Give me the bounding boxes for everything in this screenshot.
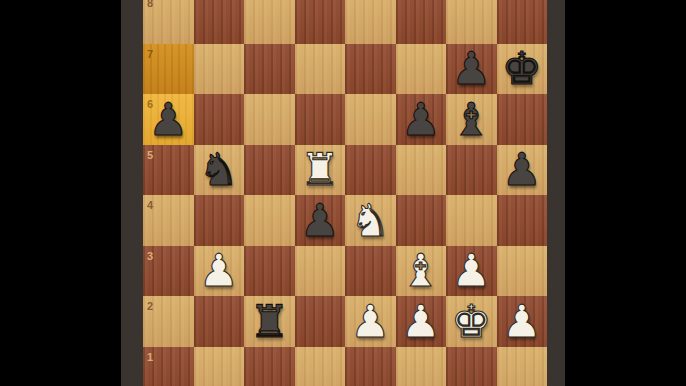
- rank-label-5: 5: [147, 150, 153, 161]
- square-b1[interactable]: b: [194, 347, 245, 386]
- square-f6[interactable]: ♟: [396, 94, 447, 145]
- square-a3[interactable]: 3: [143, 246, 194, 297]
- square-e3[interactable]: [345, 246, 396, 297]
- square-g8[interactable]: [446, 0, 497, 44]
- black-bishop[interactable]: ♝: [446, 94, 497, 145]
- square-f3[interactable]: ♝: [396, 246, 447, 297]
- square-h1[interactable]: h: [497, 347, 548, 386]
- square-d4[interactable]: ♟: [295, 195, 346, 246]
- black-knight[interactable]: ♞: [194, 145, 245, 196]
- square-d3[interactable]: [295, 246, 346, 297]
- square-e4[interactable]: ♞: [345, 195, 396, 246]
- square-e7[interactable]: [345, 44, 396, 95]
- square-a4[interactable]: 4: [143, 195, 194, 246]
- square-b2[interactable]: [194, 296, 245, 347]
- square-g5[interactable]: [446, 145, 497, 196]
- square-b4[interactable]: [194, 195, 245, 246]
- square-a7[interactable]: 7: [143, 44, 194, 95]
- square-f1[interactable]: f: [396, 347, 447, 386]
- white-king[interactable]: ♚: [446, 296, 497, 347]
- square-b5[interactable]: ♞: [194, 145, 245, 196]
- white-pawn[interactable]: ♟: [345, 296, 396, 347]
- square-f4[interactable]: [396, 195, 447, 246]
- chess-board: 87♟♚6♟♟♝5♞♜♟4♟♞3♟♝♟2♜♟♟♚♟1abcdefgh: [143, 0, 547, 386]
- square-a2[interactable]: 2: [143, 296, 194, 347]
- white-pawn[interactable]: ♟: [497, 296, 548, 347]
- square-g3[interactable]: ♟: [446, 246, 497, 297]
- square-c5[interactable]: [244, 145, 295, 196]
- square-e6[interactable]: [345, 94, 396, 145]
- square-h6[interactable]: [497, 94, 548, 145]
- square-d5[interactable]: ♜: [295, 145, 346, 196]
- square-g1[interactable]: g: [446, 347, 497, 386]
- rank-label-7: 7: [147, 49, 153, 60]
- left-board-rail: [121, 0, 143, 386]
- square-g4[interactable]: [446, 195, 497, 246]
- square-d2[interactable]: [295, 296, 346, 347]
- square-f5[interactable]: [396, 145, 447, 196]
- black-pawn[interactable]: ♟: [396, 94, 447, 145]
- square-c7[interactable]: [244, 44, 295, 95]
- square-a5[interactable]: 5: [143, 145, 194, 196]
- square-g6[interactable]: ♝: [446, 94, 497, 145]
- rank-label-8: 8: [147, 0, 153, 9]
- rank-label-4: 4: [147, 200, 153, 211]
- black-pawn[interactable]: ♟: [446, 44, 497, 95]
- square-a1[interactable]: 1a: [143, 347, 194, 386]
- white-pawn[interactable]: ♟: [446, 246, 497, 297]
- rank-label-1: 1: [147, 352, 153, 363]
- square-c2[interactable]: ♜: [244, 296, 295, 347]
- black-pawn[interactable]: ♟: [497, 145, 548, 196]
- white-rook[interactable]: ♜: [295, 145, 346, 196]
- square-b8[interactable]: [194, 0, 245, 44]
- square-h7[interactable]: ♚: [497, 44, 548, 95]
- square-c8[interactable]: [244, 0, 295, 44]
- square-b3[interactable]: ♟: [194, 246, 245, 297]
- black-king[interactable]: ♚: [497, 44, 548, 95]
- square-c4[interactable]: [244, 195, 295, 246]
- black-rook[interactable]: ♜: [244, 296, 295, 347]
- square-h5[interactable]: ♟: [497, 145, 548, 196]
- square-f2[interactable]: ♟: [396, 296, 447, 347]
- square-b6[interactable]: [194, 94, 245, 145]
- white-pawn[interactable]: ♟: [396, 296, 447, 347]
- square-h4[interactable]: [497, 195, 548, 246]
- black-pawn[interactable]: ♟: [143, 94, 194, 145]
- square-e1[interactable]: e: [345, 347, 396, 386]
- white-pawn[interactable]: ♟: [194, 246, 245, 297]
- square-h2[interactable]: ♟: [497, 296, 548, 347]
- square-e8[interactable]: [345, 0, 396, 44]
- square-d6[interactable]: [295, 94, 346, 145]
- square-g2[interactable]: ♚: [446, 296, 497, 347]
- square-b7[interactable]: [194, 44, 245, 95]
- square-d8[interactable]: [295, 0, 346, 44]
- rank-label-3: 3: [147, 251, 153, 262]
- white-knight[interactable]: ♞: [345, 195, 396, 246]
- right-board-rail: [547, 0, 565, 386]
- rank-label-2: 2: [147, 301, 153, 312]
- square-e5[interactable]: [345, 145, 396, 196]
- square-g7[interactable]: ♟: [446, 44, 497, 95]
- square-f8[interactable]: [396, 0, 447, 44]
- square-a6[interactable]: 6♟: [143, 94, 194, 145]
- white-bishop[interactable]: ♝: [396, 246, 447, 297]
- black-pawn[interactable]: ♟: [295, 195, 346, 246]
- square-d1[interactable]: d: [295, 347, 346, 386]
- square-a8[interactable]: 8: [143, 0, 194, 44]
- video-letterbox-stage: 87♟♚6♟♟♝5♞♜♟4♟♞3♟♝♟2♜♟♟♚♟1abcdefgh: [0, 0, 686, 386]
- square-h8[interactable]: [497, 0, 548, 44]
- square-h3[interactable]: [497, 246, 548, 297]
- square-c6[interactable]: [244, 94, 295, 145]
- square-f7[interactable]: [396, 44, 447, 95]
- square-c3[interactable]: [244, 246, 295, 297]
- square-c1[interactable]: c: [244, 347, 295, 386]
- square-d7[interactable]: [295, 44, 346, 95]
- square-e2[interactable]: ♟: [345, 296, 396, 347]
